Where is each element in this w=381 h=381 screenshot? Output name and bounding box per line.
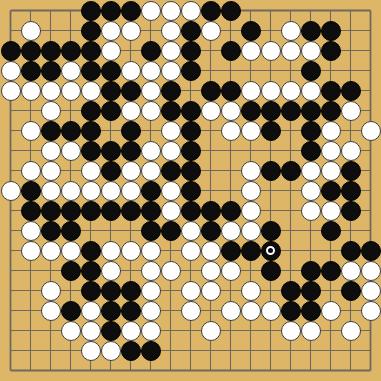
intersection[interactable] (141, 121, 161, 141)
intersection[interactable] (1, 161, 21, 181)
intersection[interactable] (221, 161, 241, 181)
intersection[interactable] (161, 241, 181, 261)
intersection[interactable] (361, 81, 381, 101)
intersection[interactable] (321, 221, 341, 241)
intersection[interactable] (241, 281, 261, 301)
intersection[interactable] (81, 161, 101, 181)
intersection[interactable] (241, 221, 261, 241)
intersection[interactable] (321, 1, 341, 21)
intersection[interactable] (161, 101, 181, 121)
intersection[interactable] (241, 21, 261, 41)
intersection[interactable] (201, 201, 221, 221)
intersection[interactable] (281, 261, 301, 281)
intersection[interactable] (241, 241, 261, 261)
intersection[interactable] (181, 241, 201, 261)
intersection[interactable] (61, 321, 81, 341)
intersection[interactable] (21, 61, 41, 81)
intersection[interactable] (121, 101, 141, 121)
intersection[interactable] (61, 81, 81, 101)
intersection[interactable] (281, 361, 301, 381)
intersection[interactable] (321, 41, 341, 61)
intersection[interactable] (181, 341, 201, 361)
intersection[interactable] (41, 281, 61, 301)
intersection[interactable] (81, 41, 101, 61)
intersection[interactable] (161, 301, 181, 321)
intersection[interactable] (261, 241, 281, 261)
intersection[interactable] (241, 161, 261, 181)
intersection[interactable] (221, 81, 241, 101)
intersection[interactable] (21, 241, 41, 261)
intersection[interactable] (21, 81, 41, 101)
intersection[interactable] (61, 361, 81, 381)
intersection[interactable] (81, 301, 101, 321)
intersection[interactable] (41, 141, 61, 161)
intersection[interactable] (201, 241, 221, 261)
intersection[interactable] (101, 221, 121, 241)
intersection[interactable] (321, 361, 341, 381)
intersection[interactable] (281, 241, 301, 261)
intersection[interactable] (321, 261, 341, 281)
intersection[interactable] (181, 201, 201, 221)
intersection[interactable] (241, 181, 261, 201)
intersection[interactable] (161, 41, 181, 61)
intersection[interactable] (101, 101, 121, 121)
intersection[interactable] (41, 201, 61, 221)
intersection[interactable] (221, 61, 241, 81)
intersection[interactable] (21, 201, 41, 221)
intersection[interactable] (81, 121, 101, 141)
intersection[interactable] (241, 261, 261, 281)
intersection[interactable] (361, 221, 381, 241)
intersection[interactable] (1, 101, 21, 121)
intersection[interactable] (101, 81, 121, 101)
intersection[interactable] (201, 21, 221, 41)
intersection[interactable] (41, 101, 61, 121)
intersection[interactable] (181, 261, 201, 281)
intersection[interactable] (221, 141, 241, 161)
intersection[interactable] (161, 1, 181, 21)
intersection[interactable] (141, 241, 161, 261)
intersection[interactable] (141, 61, 161, 81)
intersection[interactable] (1, 221, 21, 241)
intersection[interactable] (341, 341, 361, 361)
intersection[interactable] (1, 321, 21, 341)
intersection[interactable] (361, 101, 381, 121)
intersection[interactable] (101, 281, 121, 301)
intersection[interactable] (201, 41, 221, 61)
intersection[interactable] (181, 21, 201, 41)
intersection[interactable] (21, 261, 41, 281)
intersection[interactable] (261, 21, 281, 41)
intersection[interactable] (341, 221, 361, 241)
intersection[interactable] (121, 1, 141, 21)
intersection[interactable] (161, 281, 181, 301)
intersection[interactable] (141, 281, 161, 301)
intersection[interactable] (141, 361, 161, 381)
intersection[interactable] (1, 1, 21, 21)
intersection[interactable] (81, 361, 101, 381)
intersection[interactable] (221, 281, 241, 301)
intersection[interactable] (201, 341, 221, 361)
intersection[interactable] (201, 181, 221, 201)
intersection[interactable] (101, 321, 121, 341)
intersection[interactable] (1, 361, 21, 381)
intersection[interactable] (281, 21, 301, 41)
intersection[interactable] (21, 1, 41, 21)
intersection[interactable] (161, 61, 181, 81)
intersection[interactable] (281, 161, 301, 181)
intersection[interactable] (101, 261, 121, 281)
intersection[interactable] (161, 201, 181, 221)
intersection[interactable] (121, 41, 141, 61)
intersection[interactable] (181, 121, 201, 141)
intersection[interactable] (301, 1, 321, 21)
intersection[interactable] (101, 61, 121, 81)
intersection[interactable] (261, 121, 281, 141)
intersection[interactable] (81, 281, 101, 301)
intersection[interactable] (301, 321, 321, 341)
intersection[interactable] (81, 201, 101, 221)
intersection[interactable] (281, 101, 301, 121)
intersection[interactable] (141, 181, 161, 201)
intersection[interactable] (201, 321, 221, 341)
intersection[interactable] (81, 21, 101, 41)
intersection[interactable] (121, 361, 141, 381)
intersection[interactable] (161, 161, 181, 181)
intersection[interactable] (1, 301, 21, 321)
intersection[interactable] (301, 261, 321, 281)
intersection[interactable] (261, 1, 281, 21)
intersection[interactable] (141, 41, 161, 61)
intersection[interactable] (361, 181, 381, 201)
intersection[interactable] (181, 321, 201, 341)
intersection[interactable] (241, 341, 261, 361)
intersection[interactable] (301, 181, 321, 201)
intersection[interactable] (201, 161, 221, 181)
intersection[interactable] (21, 141, 41, 161)
intersection[interactable] (41, 361, 61, 381)
intersection[interactable] (41, 261, 61, 281)
intersection[interactable] (281, 301, 301, 321)
intersection[interactable] (261, 301, 281, 321)
intersection[interactable] (41, 301, 61, 321)
intersection[interactable] (81, 1, 101, 21)
intersection[interactable] (1, 261, 21, 281)
intersection[interactable] (41, 1, 61, 21)
intersection[interactable] (161, 361, 181, 381)
intersection[interactable] (281, 121, 301, 141)
intersection[interactable] (221, 301, 241, 321)
intersection[interactable] (341, 261, 361, 281)
intersection[interactable] (261, 341, 281, 361)
intersection[interactable] (81, 221, 101, 241)
intersection[interactable] (301, 21, 321, 41)
intersection[interactable] (1, 241, 21, 261)
intersection[interactable] (341, 281, 361, 301)
intersection[interactable] (361, 21, 381, 41)
intersection[interactable] (161, 321, 181, 341)
intersection[interactable] (61, 281, 81, 301)
intersection[interactable] (81, 101, 101, 121)
intersection[interactable] (341, 21, 361, 41)
intersection[interactable] (181, 41, 201, 61)
intersection[interactable] (1, 181, 21, 201)
intersection[interactable] (261, 81, 281, 101)
intersection[interactable] (121, 81, 141, 101)
intersection[interactable] (361, 241, 381, 261)
intersection[interactable] (181, 281, 201, 301)
intersection[interactable] (161, 221, 181, 241)
intersection[interactable] (101, 161, 121, 181)
intersection[interactable] (41, 321, 61, 341)
intersection[interactable] (141, 101, 161, 121)
intersection[interactable] (141, 221, 161, 241)
intersection[interactable] (141, 301, 161, 321)
intersection[interactable] (41, 221, 61, 241)
intersection[interactable] (41, 161, 61, 181)
intersection[interactable] (281, 281, 301, 301)
intersection[interactable] (121, 261, 141, 281)
intersection[interactable] (101, 241, 121, 261)
intersection[interactable] (361, 121, 381, 141)
intersection[interactable] (281, 181, 301, 201)
intersection[interactable] (21, 221, 41, 241)
intersection[interactable] (41, 181, 61, 201)
intersection[interactable] (121, 141, 141, 161)
intersection[interactable] (41, 61, 61, 81)
intersection[interactable] (301, 201, 321, 221)
intersection[interactable] (341, 61, 361, 81)
intersection[interactable] (281, 341, 301, 361)
intersection[interactable] (141, 81, 161, 101)
intersection[interactable] (141, 201, 161, 221)
intersection[interactable] (361, 361, 381, 381)
intersection[interactable] (241, 1, 261, 21)
intersection[interactable] (141, 261, 161, 281)
intersection[interactable] (221, 121, 241, 141)
intersection[interactable] (21, 41, 41, 61)
intersection[interactable] (141, 321, 161, 341)
intersection[interactable] (341, 321, 361, 341)
intersection[interactable] (221, 221, 241, 241)
intersection[interactable] (1, 201, 21, 221)
intersection[interactable] (221, 1, 241, 21)
intersection[interactable] (321, 141, 341, 161)
intersection[interactable] (261, 161, 281, 181)
intersection[interactable] (41, 41, 61, 61)
intersection[interactable] (281, 221, 301, 241)
intersection[interactable] (241, 41, 261, 61)
intersection[interactable] (221, 361, 241, 381)
intersection[interactable] (141, 341, 161, 361)
intersection[interactable] (81, 181, 101, 201)
intersection[interactable] (361, 61, 381, 81)
intersection[interactable] (281, 201, 301, 221)
intersection[interactable] (101, 361, 121, 381)
intersection[interactable] (121, 121, 141, 141)
intersection[interactable] (41, 121, 61, 141)
intersection[interactable] (61, 161, 81, 181)
intersection[interactable] (61, 41, 81, 61)
intersection[interactable] (1, 81, 21, 101)
intersection[interactable] (201, 61, 221, 81)
intersection[interactable] (61, 181, 81, 201)
intersection[interactable] (101, 41, 121, 61)
intersection[interactable] (181, 141, 201, 161)
intersection[interactable] (41, 81, 61, 101)
intersection[interactable] (81, 261, 101, 281)
intersection[interactable] (61, 1, 81, 21)
intersection[interactable] (21, 101, 41, 121)
intersection[interactable] (181, 101, 201, 121)
intersection[interactable] (121, 181, 141, 201)
intersection[interactable] (301, 161, 321, 181)
intersection[interactable] (61, 101, 81, 121)
intersection[interactable] (301, 361, 321, 381)
intersection[interactable] (41, 21, 61, 41)
intersection[interactable] (101, 121, 121, 141)
intersection[interactable] (241, 361, 261, 381)
intersection[interactable] (321, 241, 341, 261)
intersection[interactable] (361, 141, 381, 161)
intersection[interactable] (61, 341, 81, 361)
intersection[interactable] (161, 21, 181, 41)
intersection[interactable] (61, 241, 81, 261)
intersection[interactable] (181, 361, 201, 381)
intersection[interactable] (181, 61, 201, 81)
intersection[interactable] (261, 361, 281, 381)
intersection[interactable] (321, 281, 341, 301)
intersection[interactable] (221, 41, 241, 61)
intersection[interactable] (241, 321, 261, 341)
intersection[interactable] (241, 141, 261, 161)
intersection[interactable] (261, 41, 281, 61)
intersection[interactable] (341, 361, 361, 381)
intersection[interactable] (201, 101, 221, 121)
intersection[interactable] (161, 81, 181, 101)
intersection[interactable] (221, 101, 241, 121)
intersection[interactable] (261, 261, 281, 281)
intersection[interactable] (321, 21, 341, 41)
intersection[interactable] (321, 121, 341, 141)
intersection[interactable] (321, 201, 341, 221)
intersection[interactable] (101, 341, 121, 361)
intersection[interactable] (321, 161, 341, 181)
intersection[interactable] (1, 21, 21, 41)
intersection[interactable] (121, 161, 141, 181)
intersection[interactable] (361, 1, 381, 21)
intersection[interactable] (341, 181, 361, 201)
intersection[interactable] (81, 241, 101, 261)
intersection[interactable] (221, 21, 241, 41)
intersection[interactable] (221, 321, 241, 341)
intersection[interactable] (181, 181, 201, 201)
intersection[interactable] (61, 261, 81, 281)
intersection[interactable] (201, 361, 221, 381)
intersection[interactable] (101, 301, 121, 321)
intersection[interactable] (301, 101, 321, 121)
intersection[interactable] (141, 161, 161, 181)
intersection[interactable] (161, 121, 181, 141)
intersection[interactable] (121, 301, 141, 321)
intersection[interactable] (21, 161, 41, 181)
intersection[interactable] (341, 41, 361, 61)
intersection[interactable] (301, 301, 321, 321)
intersection[interactable] (21, 301, 41, 321)
intersection[interactable] (121, 21, 141, 41)
intersection[interactable] (181, 161, 201, 181)
intersection[interactable] (341, 1, 361, 21)
intersection[interactable] (21, 321, 41, 341)
intersection[interactable] (181, 221, 201, 241)
intersection[interactable] (241, 61, 261, 81)
intersection[interactable] (121, 61, 141, 81)
intersection[interactable] (201, 121, 221, 141)
intersection[interactable] (241, 81, 261, 101)
intersection[interactable] (1, 61, 21, 81)
intersection[interactable] (281, 81, 301, 101)
intersection[interactable] (341, 81, 361, 101)
intersection[interactable] (141, 21, 161, 41)
intersection[interactable] (341, 121, 361, 141)
intersection[interactable] (141, 1, 161, 21)
intersection[interactable] (81, 141, 101, 161)
intersection[interactable] (361, 41, 381, 61)
intersection[interactable] (21, 181, 41, 201)
intersection[interactable] (121, 341, 141, 361)
intersection[interactable] (101, 181, 121, 201)
intersection[interactable] (21, 361, 41, 381)
intersection[interactable] (201, 301, 221, 321)
intersection[interactable] (301, 281, 321, 301)
intersection[interactable] (101, 21, 121, 41)
intersection[interactable] (281, 61, 301, 81)
intersection[interactable] (221, 241, 241, 261)
intersection[interactable] (181, 1, 201, 21)
intersection[interactable] (261, 321, 281, 341)
intersection[interactable] (1, 121, 21, 141)
intersection[interactable] (1, 41, 21, 61)
intersection[interactable] (101, 141, 121, 161)
intersection[interactable] (261, 221, 281, 241)
intersection[interactable] (341, 301, 361, 321)
intersection[interactable] (61, 141, 81, 161)
intersection[interactable] (321, 321, 341, 341)
intersection[interactable] (161, 261, 181, 281)
intersection[interactable] (121, 241, 141, 261)
intersection[interactable] (321, 101, 341, 121)
intersection[interactable] (261, 141, 281, 161)
intersection[interactable] (361, 201, 381, 221)
intersection[interactable] (241, 121, 261, 141)
intersection[interactable] (81, 81, 101, 101)
intersection[interactable] (261, 61, 281, 81)
intersection[interactable] (341, 201, 361, 221)
intersection[interactable] (1, 281, 21, 301)
intersection[interactable] (21, 121, 41, 141)
intersection[interactable] (201, 1, 221, 21)
go-board[interactable] (0, 0, 381, 381)
intersection[interactable] (301, 41, 321, 61)
intersection[interactable] (321, 181, 341, 201)
intersection[interactable] (101, 1, 121, 21)
intersection[interactable] (241, 201, 261, 221)
intersection[interactable] (321, 61, 341, 81)
intersection[interactable] (201, 81, 221, 101)
intersection[interactable] (281, 321, 301, 341)
intersection[interactable] (301, 121, 321, 141)
intersection[interactable] (241, 301, 261, 321)
